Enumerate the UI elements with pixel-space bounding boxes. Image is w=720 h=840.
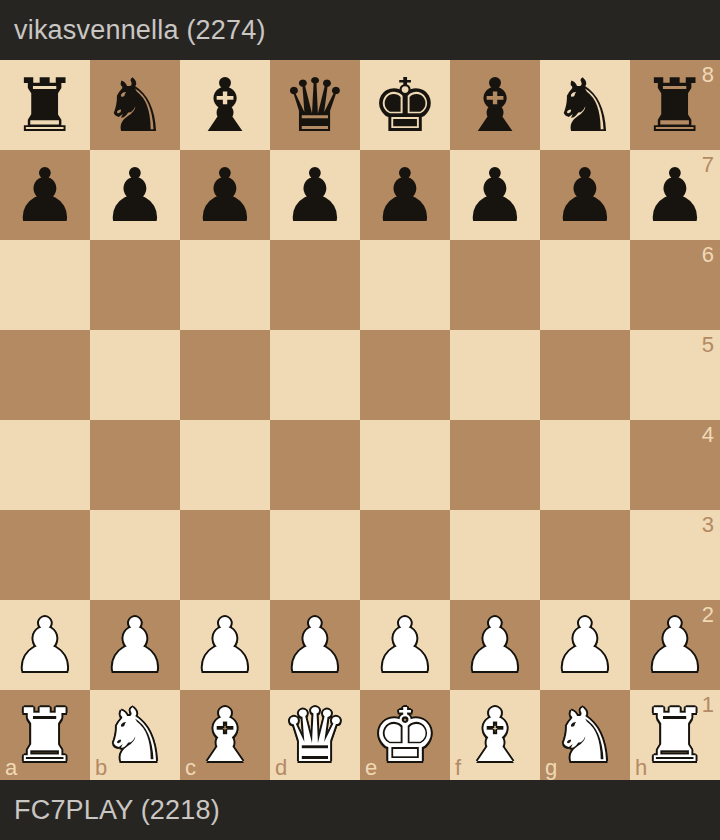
square-b7[interactable]: ♟ [90, 150, 180, 240]
square-e1[interactable]: e♚ [360, 690, 450, 780]
piece-black-bishop[interactable]: ♝ [450, 60, 540, 150]
piece-black-pawn[interactable]: ♟ [0, 150, 90, 240]
square-c2[interactable]: ♟ [180, 600, 270, 690]
square-b1[interactable]: b♞ [90, 690, 180, 780]
square-f8[interactable]: ♝ [450, 60, 540, 150]
piece-white-pawn[interactable]: ♟ [360, 600, 450, 690]
piece-black-king[interactable]: ♚ [360, 60, 450, 150]
square-c5[interactable] [180, 330, 270, 420]
piece-white-pawn[interactable]: ♟ [180, 600, 270, 690]
piece-black-pawn[interactable]: ♟ [270, 150, 360, 240]
square-b3[interactable] [90, 510, 180, 600]
rank-label-4: 4 [702, 424, 714, 446]
piece-black-pawn[interactable]: ♟ [450, 150, 540, 240]
square-f4[interactable] [450, 420, 540, 510]
square-e6[interactable] [360, 240, 450, 330]
square-a2[interactable]: ♟ [0, 600, 90, 690]
square-e2[interactable]: ♟ [360, 600, 450, 690]
piece-white-rook[interactable]: ♜ [0, 690, 90, 780]
piece-white-rook[interactable]: ♜ [630, 690, 720, 780]
piece-white-king[interactable]: ♚ [360, 690, 450, 780]
square-f2[interactable]: ♟ [450, 600, 540, 690]
square-a3[interactable] [0, 510, 90, 600]
square-h7[interactable]: 7♟ [630, 150, 720, 240]
square-e8[interactable]: ♚ [360, 60, 450, 150]
square-d1[interactable]: d♛ [270, 690, 360, 780]
square-h2[interactable]: 2♟ [630, 600, 720, 690]
square-a1[interactable]: a♜ [0, 690, 90, 780]
bottom-player-name-rating: FC7PLAY (2218) [14, 795, 220, 826]
square-h4[interactable]: 4 [630, 420, 720, 510]
square-b5[interactable] [90, 330, 180, 420]
piece-black-queen[interactable]: ♛ [270, 60, 360, 150]
square-c3[interactable] [180, 510, 270, 600]
piece-black-pawn[interactable]: ♟ [360, 150, 450, 240]
piece-black-rook[interactable]: ♜ [0, 60, 90, 150]
square-g2[interactable]: ♟ [540, 600, 630, 690]
square-d5[interactable] [270, 330, 360, 420]
square-e4[interactable] [360, 420, 450, 510]
square-f3[interactable] [450, 510, 540, 600]
piece-black-knight[interactable]: ♞ [90, 60, 180, 150]
square-g5[interactable] [540, 330, 630, 420]
piece-white-knight[interactable]: ♞ [90, 690, 180, 780]
square-g3[interactable] [540, 510, 630, 600]
square-c1[interactable]: c♝ [180, 690, 270, 780]
square-d6[interactable] [270, 240, 360, 330]
piece-white-pawn[interactable]: ♟ [270, 600, 360, 690]
square-d7[interactable]: ♟ [270, 150, 360, 240]
square-h6[interactable]: 6 [630, 240, 720, 330]
piece-white-pawn[interactable]: ♟ [0, 600, 90, 690]
square-b6[interactable] [90, 240, 180, 330]
chess-app: vikasvennella (2274) ♜♞♝♛♚♝♞8♜♟♟♟♟♟♟♟7♟6… [0, 0, 720, 840]
rank-label-6: 6 [702, 244, 714, 266]
square-h3[interactable]: 3 [630, 510, 720, 600]
square-f6[interactable] [450, 240, 540, 330]
piece-black-bishop[interactable]: ♝ [180, 60, 270, 150]
piece-black-pawn[interactable]: ♟ [90, 150, 180, 240]
piece-white-pawn[interactable]: ♟ [450, 600, 540, 690]
top-player-bar: vikasvennella (2274) [0, 0, 720, 60]
square-g7[interactable]: ♟ [540, 150, 630, 240]
piece-white-pawn[interactable]: ♟ [90, 600, 180, 690]
square-a4[interactable] [0, 420, 90, 510]
piece-white-pawn[interactable]: ♟ [630, 600, 720, 690]
square-a5[interactable] [0, 330, 90, 420]
square-c4[interactable] [180, 420, 270, 510]
piece-black-pawn[interactable]: ♟ [180, 150, 270, 240]
piece-black-rook[interactable]: ♜ [630, 60, 720, 150]
rank-label-5: 5 [702, 334, 714, 356]
piece-black-pawn[interactable]: ♟ [540, 150, 630, 240]
square-f1[interactable]: f♝ [450, 690, 540, 780]
square-a8[interactable]: ♜ [0, 60, 90, 150]
square-b2[interactable]: ♟ [90, 600, 180, 690]
square-e7[interactable]: ♟ [360, 150, 450, 240]
square-h8[interactable]: 8♜ [630, 60, 720, 150]
square-a6[interactable] [0, 240, 90, 330]
square-g1[interactable]: g♞ [540, 690, 630, 780]
bottom-player-bar: FC7PLAY (2218) [0, 780, 720, 840]
square-g6[interactable] [540, 240, 630, 330]
square-c7[interactable]: ♟ [180, 150, 270, 240]
square-a7[interactable]: ♟ [0, 150, 90, 240]
square-c8[interactable]: ♝ [180, 60, 270, 150]
square-d8[interactable]: ♛ [270, 60, 360, 150]
square-g8[interactable]: ♞ [540, 60, 630, 150]
chess-board: ♜♞♝♛♚♝♞8♜♟♟♟♟♟♟♟7♟6543♟♟♟♟♟♟♟2♟a♜b♞c♝d♛e… [0, 60, 720, 780]
piece-white-knight[interactable]: ♞ [540, 690, 630, 780]
square-h1[interactable]: 1h♜ [630, 690, 720, 780]
square-b8[interactable]: ♞ [90, 60, 180, 150]
piece-white-bishop[interactable]: ♝ [450, 690, 540, 780]
square-b4[interactable] [90, 420, 180, 510]
piece-white-bishop[interactable]: ♝ [180, 690, 270, 780]
square-d2[interactable]: ♟ [270, 600, 360, 690]
square-e5[interactable] [360, 330, 450, 420]
square-c6[interactable] [180, 240, 270, 330]
piece-white-pawn[interactable]: ♟ [540, 600, 630, 690]
piece-white-queen[interactable]: ♛ [270, 690, 360, 780]
square-g4[interactable] [540, 420, 630, 510]
rank-label-3: 3 [702, 514, 714, 536]
square-h5[interactable]: 5 [630, 330, 720, 420]
piece-black-knight[interactable]: ♞ [540, 60, 630, 150]
square-d3[interactable] [270, 510, 360, 600]
top-player-name-rating: vikasvennella (2274) [14, 15, 266, 46]
square-e3[interactable] [360, 510, 450, 600]
square-f7[interactable]: ♟ [450, 150, 540, 240]
piece-black-pawn[interactable]: ♟ [630, 150, 720, 240]
square-f5[interactable] [450, 330, 540, 420]
square-d4[interactable] [270, 420, 360, 510]
